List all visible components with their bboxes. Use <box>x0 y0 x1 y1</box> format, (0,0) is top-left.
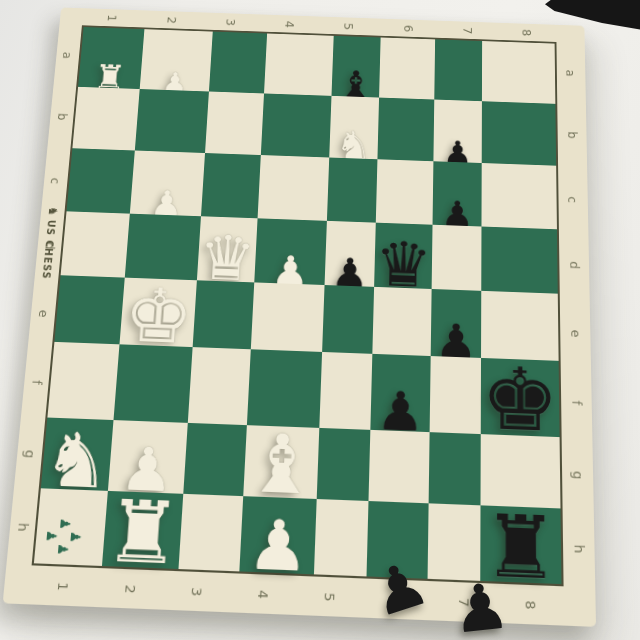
square-e3 <box>193 281 255 350</box>
square-f6: ♟ <box>370 354 431 432</box>
square-a2: ♟ <box>140 29 213 91</box>
rank-label-top-2: 2 <box>141 10 201 29</box>
square-g1: ♞ <box>41 418 114 491</box>
square-d7 <box>432 224 482 291</box>
square-e6 <box>372 287 432 356</box>
square-d4: ♟ <box>255 218 328 286</box>
square-h4: ♟ <box>240 496 317 574</box>
square-c7: ♟ <box>433 161 482 226</box>
piece-black-rook-h8: ♜ <box>482 505 559 590</box>
square-b3 <box>205 91 264 154</box>
square-a6 <box>379 37 435 99</box>
square-b1 <box>72 87 140 151</box>
file-label-right-f: f <box>561 367 593 439</box>
rank-label-bottom-2: 2 <box>95 568 164 610</box>
rank-label-bottom-3: 3 <box>162 571 231 613</box>
square-c2: ♟ <box>130 150 205 216</box>
rank-label-top-5: 5 <box>319 17 379 36</box>
square-h1: ♟♟♟♟ <box>34 488 108 566</box>
file-label-right-g: g <box>562 438 594 512</box>
square-b2 <box>135 89 209 153</box>
square-a7 <box>434 39 482 101</box>
square-d2 <box>125 213 201 280</box>
rank-label-bottom-7: 7 <box>430 581 497 623</box>
rank-label-bottom-4: 4 <box>228 573 297 615</box>
file-label-right-d: d <box>559 232 590 300</box>
square-f3 <box>188 347 251 425</box>
square-g8 <box>480 434 560 508</box>
square-c3 <box>201 153 261 218</box>
rank-label-top-1: 1 <box>82 8 142 27</box>
square-a5: ♝ <box>332 36 381 98</box>
us-chess-corner-logo: ♟♟♟♟ <box>41 517 82 557</box>
square-c4 <box>258 155 329 221</box>
file-label-right-c: c <box>558 167 588 233</box>
square-d5: ♟ <box>325 220 376 287</box>
square-g3 <box>183 423 247 496</box>
piece-white-bishop-g4: ♝ <box>243 425 319 505</box>
rank-label-top-8: 8 <box>497 23 557 42</box>
file-label-right-e: e <box>560 299 591 369</box>
rank-label-bottom-5: 5 <box>295 576 363 618</box>
us-chess-logo-text: US CHESS <box>41 220 58 280</box>
piece-black-king-f8: ♚ <box>481 358 560 443</box>
piece-white-pawn-h4: ♟ <box>246 512 310 580</box>
square-b7: ♟ <box>434 99 482 162</box>
board-grid: ♜♟♝♞♟♟♟♛♟♟♛♚♟♟♚♞♟♝♟♟♟♟♜♟♜ <box>32 25 564 586</box>
rank-label-top-6: 6 <box>378 19 438 38</box>
square-e2: ♚ <box>120 278 197 347</box>
rank-label-top-3: 3 <box>200 12 260 31</box>
piece-white-knight-g1: ♞ <box>40 423 113 497</box>
square-a8 <box>482 41 556 104</box>
square-f8: ♚ <box>481 358 560 437</box>
square-e7: ♟ <box>431 289 481 358</box>
square-h5 <box>314 499 368 576</box>
square-f1 <box>47 342 120 420</box>
square-c8 <box>481 163 557 229</box>
square-e4 <box>251 283 325 352</box>
square-b8 <box>482 101 557 165</box>
square-h7 <box>428 503 481 580</box>
square-f7 <box>430 356 481 434</box>
piece-black-queen-d6: ♛ <box>374 235 433 296</box>
us-chess-knight-icon: ♞ <box>46 206 61 217</box>
square-f2 <box>114 345 193 423</box>
square-a3 <box>209 32 267 94</box>
square-a4 <box>264 34 334 96</box>
square-g6 <box>368 430 429 504</box>
rank-label-bottom-6: 6 <box>363 578 431 620</box>
square-a1: ♜ <box>78 27 145 89</box>
square-b5: ♞ <box>329 96 379 159</box>
square-g4: ♝ <box>244 425 320 499</box>
square-e8 <box>481 291 559 361</box>
square-c1 <box>67 148 136 213</box>
piece-white-king-e2: ♚ <box>121 280 195 353</box>
square-c5 <box>327 157 377 222</box>
square-h2: ♜ <box>102 491 183 569</box>
square-d3: ♛ <box>197 216 258 283</box>
photo-scene: 12345678 12345678 abcdefgh abcdefgh ♞ US… <box>0 0 640 640</box>
square-f5 <box>319 352 372 430</box>
square-d1 <box>61 211 131 278</box>
square-g7 <box>429 432 481 505</box>
rank-label-top-4: 4 <box>259 14 319 33</box>
file-label-right-b: b <box>557 103 587 167</box>
square-d6: ♛ <box>374 222 433 289</box>
square-e1 <box>54 276 125 345</box>
square-c6 <box>376 159 434 224</box>
square-h6 <box>366 501 428 579</box>
square-g5 <box>317 428 370 501</box>
rank-label-bottom-1: 1 <box>28 565 98 607</box>
piece-white-rook-h2: ♜ <box>102 491 183 575</box>
piece-white-queen-d3: ♛ <box>197 228 258 289</box>
square-b6 <box>377 97 434 161</box>
rank-label-bottom-8: 8 <box>497 584 564 626</box>
square-f4 <box>247 350 322 428</box>
square-b4 <box>261 93 331 157</box>
file-label-right-a: a <box>556 42 585 105</box>
chess-mat: 12345678 12345678 abcdefgh abcdefgh ♞ US… <box>3 7 596 626</box>
rank-label-top-7: 7 <box>437 21 496 40</box>
square-g2: ♟ <box>108 420 188 494</box>
file-label-right-h: h <box>563 511 596 587</box>
square-e5 <box>322 285 374 354</box>
square-h3 <box>179 494 244 572</box>
square-d8 <box>481 226 558 294</box>
square-h8: ♜ <box>480 505 561 584</box>
